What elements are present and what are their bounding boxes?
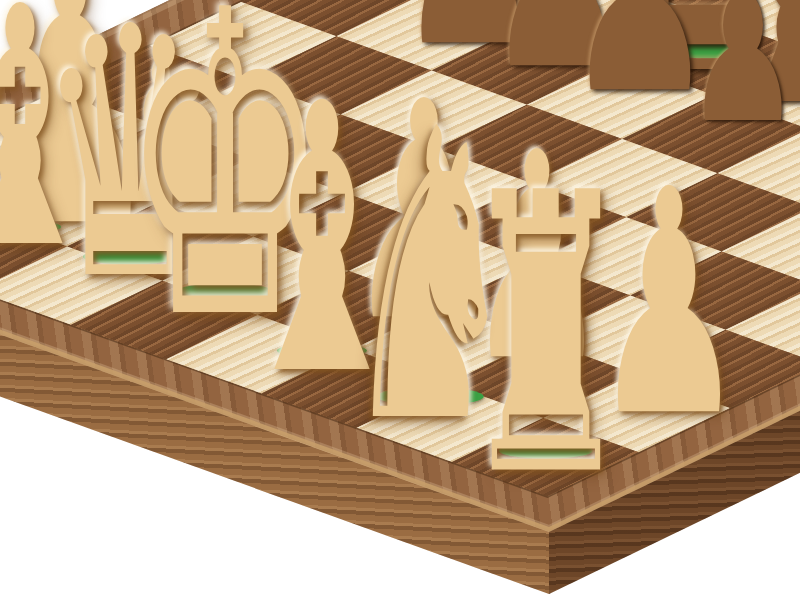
rook-glyph: ♜ xyxy=(460,144,633,529)
product-photo-stage: ♟♛♟♟♝♟♟♟♝♛♚♟♟♝♟♞♜ xyxy=(0,0,800,600)
pieces-layer: ♟♛♟♟♝♟♟♟♝♛♚♟♟♝♟♞♜ xyxy=(0,0,800,600)
